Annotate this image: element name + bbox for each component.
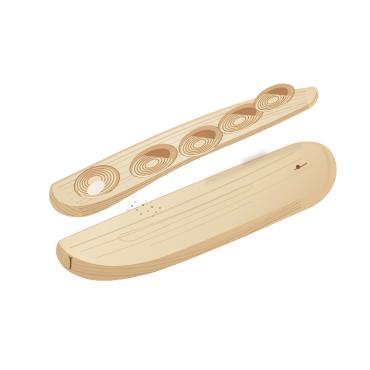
product-photo-canvas <box>0 0 370 370</box>
board-artwork <box>0 0 370 370</box>
